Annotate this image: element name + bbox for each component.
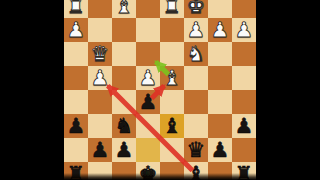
square-h1[interactable]: ♜ — [64, 0, 88, 18]
square-g2[interactable] — [88, 18, 112, 42]
square-f7[interactable]: ♟ — [112, 138, 136, 162]
black-bishop-d6[interactable]: ♝ — [160, 114, 184, 138]
square-f3[interactable] — [112, 42, 136, 66]
square-b5[interactable] — [208, 90, 232, 114]
black-pawn-g7[interactable]: ♟ — [88, 138, 112, 162]
square-d7[interactable] — [160, 138, 184, 162]
square-g3[interactable]: ♛ — [88, 42, 112, 66]
square-h3[interactable] — [64, 42, 88, 66]
square-f4[interactable] — [112, 66, 136, 90]
left-black-bar — [0, 0, 64, 180]
white-pawn-b2[interactable]: ♟ — [208, 18, 232, 42]
square-a2[interactable]: ♟ — [232, 18, 256, 42]
square-h2[interactable]: ♟ — [64, 18, 88, 42]
black-knight-f6[interactable]: ♞ — [112, 114, 136, 138]
square-a4[interactable] — [232, 66, 256, 90]
square-e5[interactable]: ♟ — [136, 90, 160, 114]
square-d3[interactable] — [160, 42, 184, 66]
white-king-c1[interactable]: ♚ — [184, 0, 208, 18]
square-g7[interactable]: ♟ — [88, 138, 112, 162]
square-b6[interactable] — [208, 114, 232, 138]
white-pawn-c2[interactable]: ♟ — [184, 18, 208, 42]
square-a3[interactable] — [232, 42, 256, 66]
square-a1[interactable] — [232, 0, 256, 18]
black-queen-c7[interactable]: ♛ — [184, 138, 208, 162]
square-b3[interactable] — [208, 42, 232, 66]
square-f6[interactable]: ♞ — [112, 114, 136, 138]
white-knight-c3[interactable]: ♞ — [184, 42, 208, 66]
square-f1[interactable]: ♝ — [112, 0, 136, 18]
white-pawn-a2[interactable]: ♟ — [232, 18, 256, 42]
square-e6[interactable] — [136, 114, 160, 138]
white-bishop-f1[interactable]: ♝ — [112, 0, 136, 18]
square-c2[interactable]: ♟ — [184, 18, 208, 42]
square-d5[interactable] — [160, 90, 184, 114]
black-pawn-b7[interactable]: ♟ — [208, 138, 232, 162]
white-rook-h1[interactable]: ♜ — [64, 0, 88, 18]
square-f5[interactable] — [112, 90, 136, 114]
white-pawn-e4[interactable]: ♟ — [136, 66, 160, 90]
white-pawn-g4[interactable]: ♟ — [88, 66, 112, 90]
square-b7[interactable]: ♟ — [208, 138, 232, 162]
square-h6[interactable]: ♟ — [64, 114, 88, 138]
square-d6[interactable]: ♝ — [160, 114, 184, 138]
square-a7[interactable] — [232, 138, 256, 162]
bottom-vignette — [64, 173, 256, 180]
square-e2[interactable] — [136, 18, 160, 42]
square-h5[interactable] — [64, 90, 88, 114]
square-g6[interactable] — [88, 114, 112, 138]
black-pawn-e5[interactable]: ♟ — [136, 90, 160, 114]
square-e4[interactable]: ♟ — [136, 66, 160, 90]
square-d4[interactable]: ♝ — [160, 66, 184, 90]
video-frame: ♜♝♜♚♟♟♟♟♛♞♟♟♝♟♟♞♝♟♟♟♛♟♜♚♝♜ — [0, 0, 320, 180]
square-d1[interactable]: ♜ — [160, 0, 184, 18]
square-e1[interactable] — [136, 0, 160, 18]
square-d2[interactable] — [160, 18, 184, 42]
right-black-bar — [256, 0, 320, 180]
white-queen-g3[interactable]: ♛ — [88, 42, 112, 66]
square-g1[interactable] — [88, 0, 112, 18]
square-b4[interactable] — [208, 66, 232, 90]
square-c4[interactable] — [184, 66, 208, 90]
square-b2[interactable]: ♟ — [208, 18, 232, 42]
square-a5[interactable] — [232, 90, 256, 114]
black-pawn-a6[interactable]: ♟ — [232, 114, 256, 138]
square-c5[interactable] — [184, 90, 208, 114]
white-pawn-h2[interactable]: ♟ — [64, 18, 88, 42]
square-h7[interactable] — [64, 138, 88, 162]
square-f2[interactable] — [112, 18, 136, 42]
black-pawn-f7[interactable]: ♟ — [112, 138, 136, 162]
black-pawn-h6[interactable]: ♟ — [64, 114, 88, 138]
square-e3[interactable] — [136, 42, 160, 66]
white-rook-d1[interactable]: ♜ — [160, 0, 184, 18]
square-b1[interactable] — [208, 0, 232, 18]
white-bishop-d4[interactable]: ♝ — [160, 66, 184, 90]
square-c6[interactable] — [184, 114, 208, 138]
square-c3[interactable]: ♞ — [184, 42, 208, 66]
chess-board[interactable]: ♜♝♜♚♟♟♟♟♛♞♟♟♝♟♟♞♝♟♟♟♛♟♜♚♝♜ — [64, 0, 256, 180]
square-g4[interactable]: ♟ — [88, 66, 112, 90]
square-c1[interactable]: ♚ — [184, 0, 208, 18]
square-h4[interactable] — [64, 66, 88, 90]
square-e7[interactable] — [136, 138, 160, 162]
square-c7[interactable]: ♛ — [184, 138, 208, 162]
square-a6[interactable]: ♟ — [232, 114, 256, 138]
square-g5[interactable] — [88, 90, 112, 114]
